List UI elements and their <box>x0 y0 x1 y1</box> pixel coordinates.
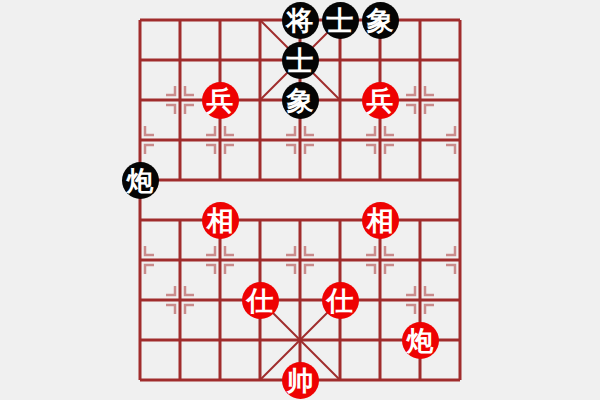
piece-red-cannon[interactable]: 炮 <box>402 322 439 359</box>
piece-black-elephant[interactable]: 象 <box>362 2 399 39</box>
pieces-layer: 将士象士象炮兵兵相相仕仕炮帅 <box>0 0 600 400</box>
piece-black-cannon[interactable]: 炮 <box>122 162 159 199</box>
piece-black-advisor[interactable]: 士 <box>282 42 319 79</box>
piece-red-general[interactable]: 帅 <box>282 362 319 399</box>
piece-red-soldier[interactable]: 兵 <box>202 82 239 119</box>
piece-black-elephant[interactable]: 象 <box>282 82 319 119</box>
xiangqi-board[interactable]: 将士象士象炮兵兵相相仕仕炮帅 <box>0 0 600 400</box>
piece-black-advisor[interactable]: 士 <box>322 2 359 39</box>
piece-red-soldier[interactable]: 兵 <box>362 82 399 119</box>
piece-red-advisor[interactable]: 仕 <box>322 282 359 319</box>
piece-red-elephant[interactable]: 相 <box>362 202 399 239</box>
piece-black-general[interactable]: 将 <box>282 2 319 39</box>
piece-red-elephant[interactable]: 相 <box>202 202 239 239</box>
piece-red-advisor[interactable]: 仕 <box>242 282 279 319</box>
